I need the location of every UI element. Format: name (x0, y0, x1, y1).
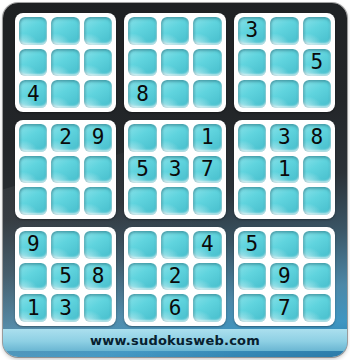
cell-r3c7[interactable] (238, 80, 266, 108)
cell-r2c7[interactable] (238, 49, 266, 77)
cell-r4c7[interactable] (238, 124, 266, 152)
cell-r2c5[interactable] (161, 49, 189, 77)
cell-r3c2[interactable] (51, 80, 79, 108)
cell-r9c4[interactable] (128, 294, 156, 322)
cell-r8c5: 2 (161, 263, 189, 291)
cell-r9c1: 1 (19, 294, 47, 322)
footer-band: www.sudokusweb.com (3, 329, 347, 351)
cell-r7c7: 5 (238, 231, 266, 259)
cell-r8c1[interactable] (19, 263, 47, 291)
cell-r1c5[interactable] (161, 17, 189, 45)
cell-r6c7[interactable] (238, 187, 266, 215)
cell-r4c9: 8 (303, 124, 331, 152)
cell-r7c5[interactable] (161, 231, 189, 259)
cell-r8c2: 5 (51, 263, 79, 291)
cell-r3c1: 4 (19, 80, 47, 108)
box-4: 29 (15, 120, 116, 219)
cell-r3c5[interactable] (161, 80, 189, 108)
cell-r4c2: 2 (51, 124, 79, 152)
box-6: 381 (234, 120, 335, 219)
box-1: 4 (15, 13, 116, 112)
cell-r7c3[interactable] (84, 231, 112, 259)
cell-r5c1[interactable] (19, 156, 47, 184)
cell-r1c4[interactable] (128, 17, 156, 45)
box-8: 426 (124, 227, 225, 326)
cell-r6c5[interactable] (161, 187, 189, 215)
cell-r7c9[interactable] (303, 231, 331, 259)
cell-r3c4: 8 (128, 80, 156, 108)
cell-r9c3[interactable] (84, 294, 112, 322)
cell-r9c7[interactable] (238, 294, 266, 322)
cell-r6c2[interactable] (51, 187, 79, 215)
box-3: 35 (234, 13, 335, 112)
cell-r5c9[interactable] (303, 156, 331, 184)
cell-r2c8[interactable] (270, 49, 298, 77)
cell-r8c6[interactable] (193, 263, 221, 291)
cell-r9c8: 7 (270, 294, 298, 322)
cell-r2c4[interactable] (128, 49, 156, 77)
cell-r5c2[interactable] (51, 156, 79, 184)
cell-r4c6: 1 (193, 124, 221, 152)
cell-r3c8[interactable] (270, 80, 298, 108)
box-7: 95813 (15, 227, 116, 326)
cell-r1c1[interactable] (19, 17, 47, 45)
cell-r9c9[interactable] (303, 294, 331, 322)
cell-r1c9[interactable] (303, 17, 331, 45)
cell-r8c4[interactable] (128, 263, 156, 291)
cell-r4c1[interactable] (19, 124, 47, 152)
cell-r2c3[interactable] (84, 49, 112, 77)
cell-r7c8[interactable] (270, 231, 298, 259)
cell-r1c3[interactable] (84, 17, 112, 45)
cell-r8c8: 9 (270, 263, 298, 291)
cell-r9c2: 3 (51, 294, 79, 322)
cell-r5c3[interactable] (84, 156, 112, 184)
cell-r3c6[interactable] (193, 80, 221, 108)
cell-r7c1: 9 (19, 231, 47, 259)
cell-r9c5: 6 (161, 294, 189, 322)
cell-r8c7[interactable] (238, 263, 266, 291)
cell-r4c3: 9 (84, 124, 112, 152)
cell-r8c9[interactable] (303, 263, 331, 291)
cell-r6c8[interactable] (270, 187, 298, 215)
cell-r5c7[interactable] (238, 156, 266, 184)
cell-r1c8[interactable] (270, 17, 298, 45)
cell-r3c9[interactable] (303, 80, 331, 108)
cell-r7c6: 4 (193, 231, 221, 259)
cell-r4c8: 3 (270, 124, 298, 152)
cell-r7c2[interactable] (51, 231, 79, 259)
cell-r6c4[interactable] (128, 187, 156, 215)
cell-r3c3[interactable] (84, 80, 112, 108)
sudoku-board: 4 8 35 29 1537 381 95813 426 597 www.sud… (3, 3, 347, 357)
cell-r2c2[interactable] (51, 49, 79, 77)
cell-r7c4[interactable] (128, 231, 156, 259)
cell-r6c6[interactable] (193, 187, 221, 215)
cell-r1c7: 3 (238, 17, 266, 45)
cell-r2c1[interactable] (19, 49, 47, 77)
cell-r5c8: 1 (270, 156, 298, 184)
cell-r2c9: 5 (303, 49, 331, 77)
cell-r2c6[interactable] (193, 49, 221, 77)
cell-r9c6[interactable] (193, 294, 221, 322)
box-5: 1537 (124, 120, 225, 219)
cell-r5c6: 7 (193, 156, 221, 184)
website-link[interactable]: www.sudokusweb.com (90, 333, 260, 348)
cell-r8c3: 8 (84, 263, 112, 291)
sudoku-grid: 4 8 35 29 1537 381 95813 426 597 (15, 13, 335, 326)
cell-r6c3[interactable] (84, 187, 112, 215)
box-9: 597 (234, 227, 335, 326)
cell-r4c5[interactable] (161, 124, 189, 152)
cell-r1c2[interactable] (51, 17, 79, 45)
cell-r4c4[interactable] (128, 124, 156, 152)
cell-r6c9[interactable] (303, 187, 331, 215)
cell-r5c4: 5 (128, 156, 156, 184)
cell-r1c6[interactable] (193, 17, 221, 45)
box-2: 8 (124, 13, 225, 112)
cell-r6c1[interactable] (19, 187, 47, 215)
cell-r5c5: 3 (161, 156, 189, 184)
